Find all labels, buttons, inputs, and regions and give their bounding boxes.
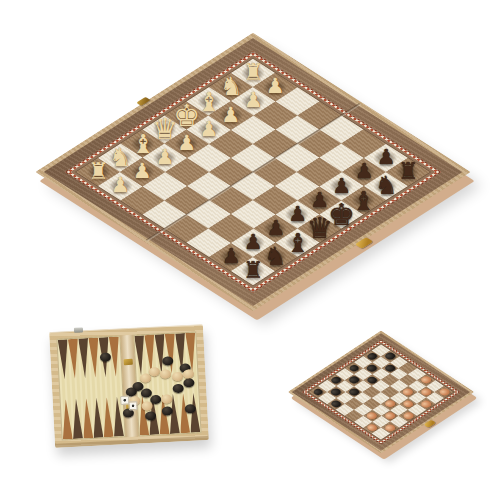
backgammon-checker-natural bbox=[161, 394, 172, 404]
product-photo: ♜♞♝♛♚♝♞♜♟♟♟♟♟♟♟♟♟♟♟♟♟♟♟♟♜♞♝♛♚♝♞♜ bbox=[0, 0, 500, 493]
metal-latch bbox=[74, 327, 83, 332]
chess-board-area: ♜♞♝♛♚♝♞♜♟♟♟♟♟♟♟♟♟♟♟♟♟♟♟♟♜♞♝♛♚♝♞♜ bbox=[99, 18, 407, 326]
backgammon-checker-natural bbox=[183, 369, 194, 379]
backgammon-checker-black bbox=[145, 411, 156, 421]
backgammon-area bbox=[52, 328, 206, 444]
square-h8: ♜ bbox=[386, 158, 430, 186]
backgammon-checker-black bbox=[162, 406, 173, 416]
checkers-board bbox=[288, 330, 475, 453]
salmon-checker bbox=[437, 387, 451, 396]
black-rook: ♜ bbox=[392, 156, 423, 187]
die bbox=[128, 401, 137, 410]
checkers-area bbox=[315, 326, 447, 458]
backgammon-board bbox=[49, 324, 209, 448]
backgammon-pieces bbox=[49, 324, 209, 448]
backgammon-checker-black bbox=[183, 378, 194, 388]
backgammon-checker-natural bbox=[160, 369, 171, 379]
backgammon-checker-black bbox=[185, 404, 196, 414]
backgammon-checker-black bbox=[162, 356, 173, 366]
backgammon-checker-black bbox=[173, 383, 184, 393]
backgammon-checker-natural bbox=[141, 401, 152, 411]
chess-board: ♜♞♝♛♚♝♞♜♟♟♟♟♟♟♟♟♟♟♟♟♟♟♟♟♜♞♝♛♚♝♞♜ bbox=[35, 33, 471, 312]
backgammon-checker-natural bbox=[172, 372, 183, 382]
backgammon-checker-black bbox=[100, 352, 111, 362]
backgammon-checker-natural bbox=[140, 373, 151, 383]
